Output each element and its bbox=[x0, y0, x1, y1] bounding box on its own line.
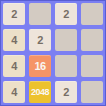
empty-cell-r1c4 bbox=[81, 3, 103, 25]
tile-value: 4 bbox=[11, 87, 17, 98]
tile-16-r3c2: 16 bbox=[29, 55, 51, 77]
tile-value: 2 bbox=[63, 9, 69, 20]
empty-cell-r2c3 bbox=[55, 29, 77, 51]
empty-cell-r1c2 bbox=[29, 3, 51, 25]
tile-value: 2 bbox=[37, 35, 43, 46]
tile-2-r4c3: 2 bbox=[55, 81, 77, 103]
tile-4-r4c1: 4 bbox=[3, 81, 25, 103]
tile-2048-r4c2: 2048 bbox=[29, 81, 51, 103]
board-2048[interactable]: 2242416420482 bbox=[0, 0, 106, 106]
tile-value: 2 bbox=[11, 9, 17, 20]
empty-cell-r3c3 bbox=[55, 55, 77, 77]
tile-4-r3c1: 4 bbox=[3, 55, 25, 77]
tile-2-r2c2: 2 bbox=[29, 29, 51, 51]
tile-value: 4 bbox=[11, 35, 17, 46]
tile-2-r1c3: 2 bbox=[55, 3, 77, 25]
tile-4-r2c1: 4 bbox=[3, 29, 25, 51]
tile-value: 2048 bbox=[31, 88, 49, 97]
empty-cell-r2c4 bbox=[81, 29, 103, 51]
empty-cell-r4c4 bbox=[81, 81, 103, 103]
tile-value: 16 bbox=[34, 61, 45, 72]
tile-value: 4 bbox=[11, 61, 17, 72]
empty-cell-r3c4 bbox=[81, 55, 103, 77]
tile-2-r1c1: 2 bbox=[3, 3, 25, 25]
tile-value: 2 bbox=[63, 87, 69, 98]
